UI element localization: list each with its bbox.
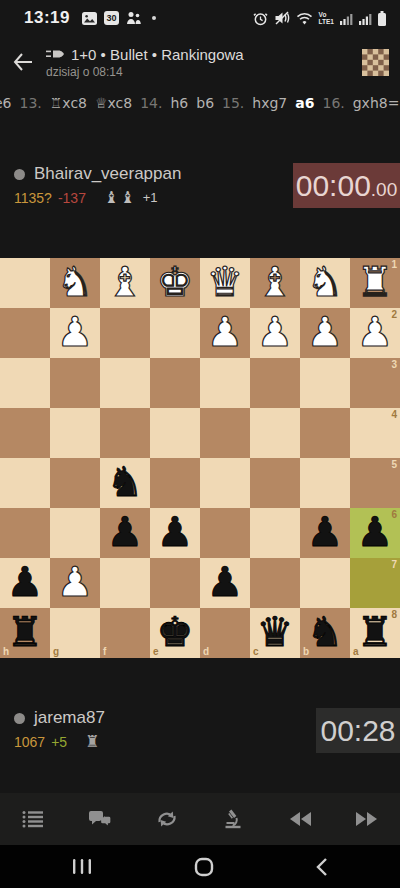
square-c4[interactable] bbox=[250, 408, 300, 458]
alarm-icon bbox=[253, 11, 268, 26]
square-a4[interactable]: 4 bbox=[350, 408, 400, 458]
file-label-h: h bbox=[3, 646, 9, 657]
player-bottom-name: jarema87 bbox=[34, 708, 105, 728]
battery-icon bbox=[378, 11, 386, 26]
player-top-material-advantage: +1 bbox=[143, 190, 158, 205]
square-e1[interactable]: ♚ bbox=[150, 258, 200, 308]
game-title: 1+0 • Bullet • Rankingowa bbox=[71, 46, 244, 63]
square-h6[interactable] bbox=[0, 508, 50, 558]
file-label-b: b bbox=[303, 646, 309, 657]
move-token[interactable]: ♕xc8 bbox=[95, 95, 132, 111]
black-pawn-piece: ♟ bbox=[200, 558, 250, 608]
volte-top: Vo bbox=[319, 11, 327, 18]
square-d1[interactable]: ♛ bbox=[200, 258, 250, 308]
square-h1[interactable] bbox=[0, 258, 50, 308]
square-b4[interactable] bbox=[300, 408, 350, 458]
rank-label-2: 2 bbox=[391, 309, 397, 320]
file-label-c: c bbox=[253, 646, 259, 657]
home-icon bbox=[194, 857, 214, 877]
white-bishop-piece: ♝ bbox=[250, 258, 300, 308]
clock-top: 00:00.00 bbox=[293, 163, 400, 208]
square-f2[interactable] bbox=[100, 308, 150, 358]
player-bottom[interactable]: jarema87 1067 +5 ♜ bbox=[14, 708, 280, 751]
player-bottom-captured-pieces: ♜ bbox=[85, 732, 101, 751]
status-bar: 13:19 30 Vo LTE1 bbox=[0, 0, 400, 36]
flip-board-button[interactable] bbox=[133, 793, 200, 845]
square-a6[interactable]: ♟6 bbox=[350, 508, 400, 558]
chat-icon bbox=[88, 810, 112, 829]
file-label-a: a bbox=[353, 646, 359, 657]
black-pawn-piece: ♟ bbox=[300, 508, 350, 558]
square-f6[interactable]: ♟ bbox=[100, 508, 150, 558]
square-c7[interactable] bbox=[250, 558, 300, 608]
nav-back-icon bbox=[315, 857, 328, 877]
header: 1+0 • Bullet • Rankingowa dzisiaj o 08:1… bbox=[0, 36, 400, 88]
teams-notification-icon bbox=[126, 11, 142, 25]
rank-label-4: 4 bbox=[391, 409, 397, 420]
square-c3[interactable] bbox=[250, 358, 300, 408]
square-a1[interactable]: ♜1 bbox=[350, 258, 400, 308]
nav-back-button[interactable] bbox=[315, 857, 328, 877]
status-time: 13:19 bbox=[24, 8, 70, 28]
rank-label-5: 5 bbox=[391, 459, 397, 470]
square-b7[interactable] bbox=[300, 558, 350, 608]
move-number[interactable]: 13. bbox=[20, 95, 42, 111]
white-pawn-piece: ♟ bbox=[200, 308, 250, 358]
black-pawn-piece: ♟ bbox=[100, 508, 150, 558]
square-e6[interactable]: ♟ bbox=[150, 508, 200, 558]
square-h4[interactable] bbox=[0, 408, 50, 458]
square-c8[interactable]: ♛c bbox=[250, 608, 300, 658]
captured-bishop-icon: ♝ bbox=[104, 188, 120, 207]
move-number[interactable]: 16. bbox=[322, 95, 344, 111]
status-bar-left: 13:19 30 bbox=[24, 8, 156, 28]
square-g3[interactable] bbox=[50, 358, 100, 408]
board-thumbnail-icon[interactable] bbox=[362, 49, 389, 76]
player-top-name: Bhairav_veerappan bbox=[34, 164, 181, 184]
white-pawn-piece: ♟ bbox=[50, 308, 100, 358]
rank-label-8: 8 bbox=[391, 609, 397, 620]
square-d6[interactable] bbox=[200, 508, 250, 558]
square-c1[interactable]: ♝ bbox=[250, 258, 300, 308]
move-token[interactable]: b6 bbox=[196, 95, 214, 111]
square-e3[interactable] bbox=[150, 358, 200, 408]
calendar-notification-icon: 30 bbox=[104, 11, 119, 25]
game-date: dzisiaj o 08:14 bbox=[46, 65, 362, 79]
square-a8[interactable]: ♜8a bbox=[350, 608, 400, 658]
square-f3[interactable] bbox=[100, 358, 150, 408]
chess-board[interactable]: ♞♝♚♛♝♞♜1♟♟♟♟♟234♞5♟♟♟♟6♟♟♟7♜hgf♚ed♛c♞b♜8… bbox=[0, 258, 400, 658]
square-e7[interactable] bbox=[150, 558, 200, 608]
recents-icon bbox=[72, 858, 92, 875]
white-king-piece: ♚ bbox=[150, 258, 200, 308]
volte-indicator: Vo LTE1 bbox=[319, 11, 334, 25]
clock-top-fraction: .00 bbox=[371, 179, 397, 201]
back-button[interactable] bbox=[0, 52, 46, 72]
white-pawn-piece: ♟ bbox=[300, 308, 350, 358]
player-top[interactable]: Bhairav_veerappan 1135? -137 ♝♝ +1 bbox=[14, 164, 280, 207]
square-c5[interactable] bbox=[250, 458, 300, 508]
square-c2[interactable]: ♟ bbox=[250, 308, 300, 358]
black-pawn-piece: ♟ bbox=[0, 558, 50, 608]
square-g5[interactable] bbox=[50, 458, 100, 508]
square-g4[interactable] bbox=[50, 408, 100, 458]
app-screen: 13:19 30 Vo LTE1 1+0 • Bullet bbox=[0, 0, 400, 888]
square-a3[interactable]: 3 bbox=[350, 358, 400, 408]
rank-label-1: 1 bbox=[391, 259, 397, 270]
square-c6[interactable] bbox=[250, 508, 300, 558]
player-top-rating: 1135? bbox=[14, 190, 52, 206]
game-title-block: 1+0 • Bullet • Rankingowa dzisiaj o 08:1… bbox=[46, 46, 362, 79]
move-token[interactable]: hxg7 bbox=[252, 95, 287, 111]
square-d2[interactable]: ♟ bbox=[200, 308, 250, 358]
player-bottom-rating-change: +5 bbox=[51, 734, 67, 750]
white-pawn-piece: ♟ bbox=[50, 558, 100, 608]
notification-dot-icon bbox=[152, 16, 156, 20]
square-g8[interactable]: g bbox=[50, 608, 100, 658]
square-g7[interactable]: ♟ bbox=[50, 558, 100, 608]
recents-button[interactable] bbox=[72, 858, 92, 875]
square-f1[interactable]: ♝ bbox=[100, 258, 150, 308]
square-b8[interactable]: ♞b bbox=[300, 608, 350, 658]
microscope-icon bbox=[223, 809, 243, 829]
white-pawn-piece: ♟ bbox=[250, 308, 300, 358]
square-d4[interactable] bbox=[200, 408, 250, 458]
square-h8[interactable]: ♜h bbox=[0, 608, 50, 658]
square-b1[interactable]: ♞ bbox=[300, 258, 350, 308]
toolbar bbox=[0, 793, 400, 845]
move-token[interactable]: a6 bbox=[295, 95, 314, 111]
move-token[interactable]: e6 bbox=[0, 95, 12, 111]
square-h7[interactable]: ♟ bbox=[0, 558, 50, 608]
square-b6[interactable]: ♟ bbox=[300, 508, 350, 558]
square-a5[interactable]: 5 bbox=[350, 458, 400, 508]
square-d3[interactable] bbox=[200, 358, 250, 408]
mute-icon bbox=[274, 11, 290, 25]
chat-button[interactable] bbox=[67, 793, 134, 845]
back-arrow-icon bbox=[12, 52, 34, 72]
move-number[interactable]: 15. bbox=[222, 95, 244, 111]
volte-bottom: LTE1 bbox=[319, 18, 334, 25]
square-d7[interactable]: ♟ bbox=[200, 558, 250, 608]
square-f8[interactable]: f bbox=[100, 608, 150, 658]
white-bishop-piece: ♝ bbox=[100, 258, 150, 308]
square-e4[interactable] bbox=[150, 408, 200, 458]
move-token[interactable]: gxh8=♕+ bbox=[353, 95, 400, 111]
captured-bishop-icon: ♝ bbox=[120, 188, 136, 207]
rewind-icon bbox=[289, 812, 312, 826]
rank-label-7: 7 bbox=[391, 559, 397, 570]
square-h2[interactable] bbox=[0, 308, 50, 358]
square-e8[interactable]: ♚e bbox=[150, 608, 200, 658]
analysis-button[interactable] bbox=[200, 793, 267, 845]
square-b3[interactable] bbox=[300, 358, 350, 408]
rewind-button[interactable] bbox=[267, 793, 334, 845]
forward-button[interactable] bbox=[333, 793, 400, 845]
status-bar-right: Vo LTE1 bbox=[253, 11, 386, 26]
player-status-dot bbox=[14, 713, 25, 724]
wifi-icon bbox=[296, 12, 313, 25]
player-status-dot bbox=[14, 169, 25, 180]
black-pawn-piece: ♟ bbox=[150, 508, 200, 558]
file-label-f: f bbox=[103, 646, 106, 657]
home-button[interactable] bbox=[194, 857, 214, 877]
square-h3[interactable] bbox=[0, 358, 50, 408]
bullet-icon bbox=[46, 48, 64, 60]
square-b5[interactable] bbox=[300, 458, 350, 508]
captured-rook-icon: ♜ bbox=[85, 732, 101, 751]
black-knight-piece: ♞ bbox=[100, 458, 150, 508]
square-a7[interactable]: 7 bbox=[350, 558, 400, 608]
move-list[interactable]: e613.♖xc8♕xc814.h6b615.hxg7a616.gxh8=♕+♔… bbox=[0, 90, 400, 116]
clock-top-time: 00:00 bbox=[296, 163, 371, 208]
move-number[interactable]: 14. bbox=[140, 95, 162, 111]
signal-icon-sim1 bbox=[340, 12, 353, 25]
clock-bottom: 00:28 bbox=[316, 708, 400, 753]
square-d5[interactable] bbox=[200, 458, 250, 508]
rank-label-3: 3 bbox=[391, 359, 397, 370]
player-top-captured-pieces: ♝♝ bbox=[104, 188, 137, 207]
square-g6[interactable] bbox=[50, 508, 100, 558]
clock-bottom-time: 00:28 bbox=[320, 708, 395, 753]
player-top-rating-change: -137 bbox=[58, 190, 86, 206]
player-bottom-rating: 1067 bbox=[14, 734, 45, 750]
square-e5[interactable] bbox=[150, 458, 200, 508]
square-d8[interactable]: d bbox=[200, 608, 250, 658]
square-g2[interactable]: ♟ bbox=[50, 308, 100, 358]
move-token[interactable]: h6 bbox=[170, 95, 188, 111]
file-label-g: g bbox=[53, 646, 59, 657]
square-f4[interactable] bbox=[100, 408, 150, 458]
moves-list-button[interactable] bbox=[0, 793, 67, 845]
square-e2[interactable] bbox=[150, 308, 200, 358]
square-b2[interactable]: ♟ bbox=[300, 308, 350, 358]
calendar-day: 30 bbox=[106, 13, 116, 23]
square-a2[interactable]: ♟2 bbox=[350, 308, 400, 358]
square-h5[interactable] bbox=[0, 458, 50, 508]
android-nav-bar bbox=[0, 845, 400, 888]
rank-label-6: 6 bbox=[391, 509, 397, 520]
forward-icon bbox=[355, 812, 378, 826]
square-f7[interactable] bbox=[100, 558, 150, 608]
white-queen-piece: ♛ bbox=[200, 258, 250, 308]
white-knight-piece: ♞ bbox=[50, 258, 100, 308]
signal-icon-sim2 bbox=[359, 12, 372, 25]
white-knight-piece: ♞ bbox=[300, 258, 350, 308]
square-g1[interactable]: ♞ bbox=[50, 258, 100, 308]
move-token[interactable]: ♖xc8 bbox=[50, 95, 87, 111]
file-label-d: d bbox=[203, 646, 209, 657]
file-label-e: e bbox=[153, 646, 159, 657]
flip-board-icon bbox=[155, 809, 179, 829]
gallery-notification-icon bbox=[82, 12, 97, 25]
square-f5[interactable]: ♞ bbox=[100, 458, 150, 508]
moves-list-icon bbox=[22, 810, 44, 828]
